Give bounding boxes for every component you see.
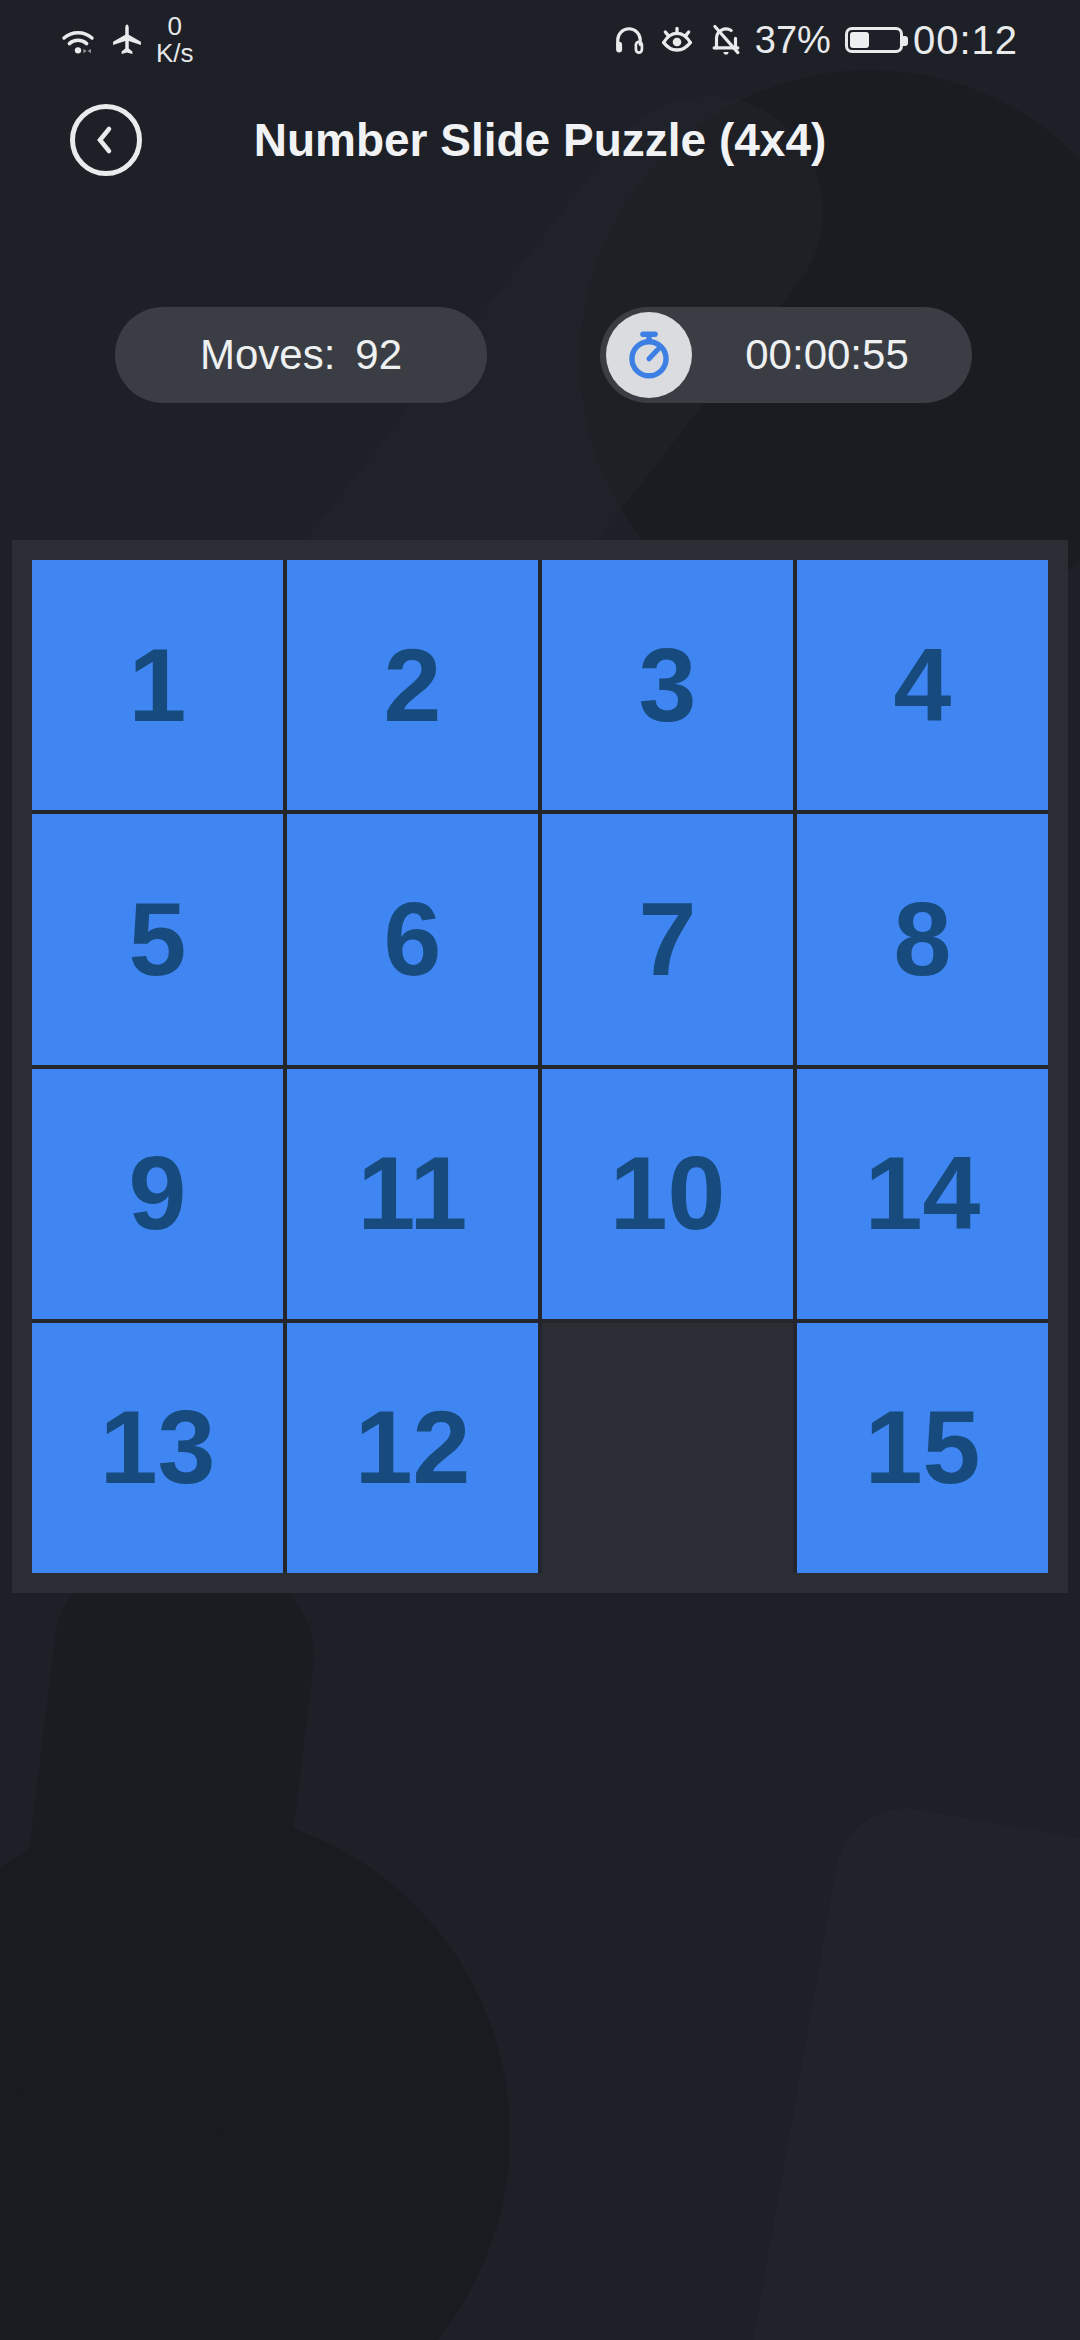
empty-cell [542, 1323, 793, 1573]
tile-15[interactable]: 15 [797, 1323, 1048, 1573]
battery-tip [903, 36, 908, 46]
moves-label: Moves: [200, 331, 335, 379]
tile-3[interactable]: 3 [542, 560, 793, 810]
eye-comfort-icon [657, 20, 697, 60]
timer-value: 00:00:55 [692, 307, 962, 403]
tile-2[interactable]: 2 [287, 560, 538, 810]
board-panel: 123456789111014131215 [12, 540, 1068, 1593]
notifications-off-icon [707, 21, 745, 59]
battery-percent: 37% [755, 19, 831, 62]
tile-4[interactable]: 4 [797, 560, 1048, 810]
tile-1[interactable]: 1 [32, 560, 283, 810]
network-speed-unit: K/s [156, 40, 194, 67]
page-title: Number Slide Puzzle (4x4) [0, 104, 1080, 176]
network-speed: 0 K/s [156, 13, 194, 67]
background-blob [738, 1798, 1080, 2340]
tile-5[interactable]: 5 [32, 814, 283, 1064]
status-time: 00:12 [913, 18, 1018, 63]
headset-icon [611, 22, 647, 58]
timer: 00:00:55 [600, 307, 972, 403]
status-bar: 0 K/s 37% [0, 0, 1080, 74]
tile-8[interactable]: 8 [797, 814, 1048, 1064]
board-grid: 123456789111014131215 [32, 560, 1048, 1573]
tile-11[interactable]: 11 [287, 1069, 538, 1319]
moves-value: 92 [355, 331, 402, 379]
airplane-mode-icon [108, 21, 146, 59]
moves-counter: Moves: 92 [115, 307, 487, 403]
tile-10[interactable]: 10 [542, 1069, 793, 1319]
network-speed-value: 0 [156, 13, 194, 40]
stopwatch-icon [621, 327, 677, 383]
tile-7[interactable]: 7 [542, 814, 793, 1064]
stats-row: Moves: 92 00:00:55 [0, 307, 1080, 403]
status-left-cluster: 0 K/s [58, 13, 194, 67]
tile-12[interactable]: 12 [287, 1323, 538, 1573]
timer-icon-circle [606, 312, 692, 398]
status-right-cluster: 37% 00:12 [611, 18, 1018, 63]
wifi-icon [58, 20, 98, 60]
phone-screen: 0 K/s 37% [0, 0, 1080, 2340]
tile-9[interactable]: 9 [32, 1069, 283, 1319]
tile-13[interactable]: 13 [32, 1323, 283, 1573]
tile-14[interactable]: 14 [797, 1069, 1048, 1319]
tile-6[interactable]: 6 [287, 814, 538, 1064]
battery-icon [845, 27, 903, 53]
battery-fill [850, 32, 869, 48]
